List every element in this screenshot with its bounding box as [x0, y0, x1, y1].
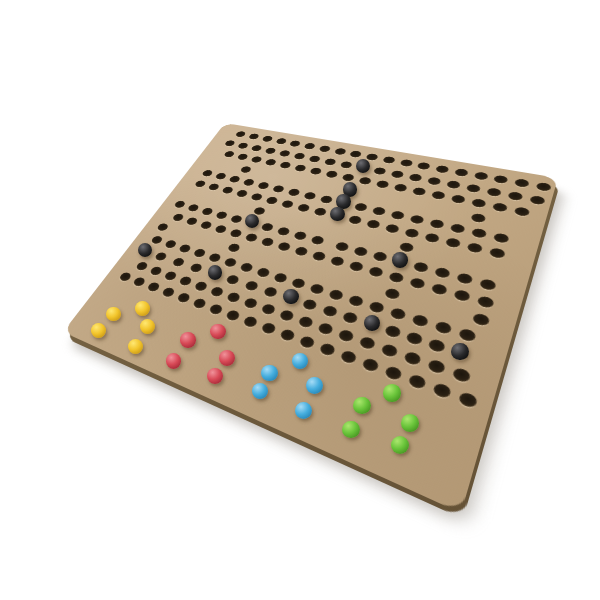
board-hole-r8[interactable] — [368, 266, 385, 278]
barricade-marble-black[interactable] — [330, 207, 345, 222]
barricade-marble-black[interactable] — [392, 252, 408, 268]
board-hole-r12[interactable] — [358, 336, 376, 351]
board-hole-r9[interactable] — [156, 222, 170, 231]
board-hole-r1[interactable] — [486, 187, 502, 197]
board-hole-r5[interactable] — [424, 232, 441, 243]
board-hole-r10[interactable] — [273, 272, 289, 284]
board-hole-r2[interactable] — [450, 194, 466, 204]
board-hole-r8[interactable] — [229, 228, 244, 238]
board-hole-r12[interactable] — [380, 343, 399, 358]
board-hole-r0[interactable] — [435, 165, 450, 174]
board-hole-r1[interactable] — [293, 152, 306, 160]
board-hole-r12[interactable] — [452, 367, 472, 384]
marble-yellow[interactable] — [128, 339, 143, 354]
board-hole-r9[interactable] — [227, 243, 242, 253]
board-hole-r7[interactable] — [456, 272, 474, 285]
marble-green[interactable] — [383, 384, 400, 401]
board-hole-r10[interactable] — [347, 294, 364, 307]
board-hole-r12[interactable] — [260, 303, 277, 316]
board-hole-r8[interactable] — [214, 224, 228, 234]
board-hole-r5[interactable] — [489, 247, 507, 259]
board-hole-r2[interactable] — [514, 206, 531, 217]
board-hole-r2[interactable] — [393, 183, 408, 192]
board-hole-r0[interactable] — [275, 138, 288, 145]
board-hole-r10[interactable] — [164, 239, 178, 249]
board-hole-r2[interactable] — [341, 173, 355, 182]
board-hole-r0[interactable] — [288, 140, 301, 147]
board-hole-r13[interactable] — [132, 276, 147, 287]
board-hole-r10[interactable] — [389, 307, 407, 321]
board-hole-r0[interactable] — [514, 178, 530, 188]
board-hole-r9[interactable] — [472, 312, 491, 327]
board-hole-r1[interactable] — [529, 195, 546, 205]
board-hole-r0[interactable] — [248, 133, 260, 140]
board-hole-r2[interactable] — [236, 153, 249, 161]
barricade-marble-black[interactable] — [364, 315, 380, 331]
board-hole-r10[interactable] — [150, 235, 164, 245]
board-hole-r7[interactable] — [293, 231, 308, 241]
board-hole-r5[interactable] — [384, 223, 400, 234]
board-hole-r7[interactable] — [412, 261, 429, 273]
marble-red[interactable] — [207, 368, 223, 384]
board-hole-r10[interactable] — [458, 327, 477, 342]
board-hole-r4[interactable] — [371, 206, 386, 216]
board-hole-r12[interactable] — [163, 270, 178, 281]
board-hole-r12[interactable] — [278, 309, 295, 322]
board-hole-r4[interactable] — [214, 172, 227, 180]
board-hole-r4[interactable] — [303, 191, 317, 200]
board-hole-r4[interactable] — [471, 228, 488, 239]
board-hole-r8[interactable] — [260, 237, 275, 247]
board-hole-r4[interactable] — [242, 178, 255, 186]
board-hole-r4[interactable] — [287, 188, 301, 197]
board-hole-r13[interactable] — [176, 292, 192, 304]
board-hole-r5[interactable] — [296, 203, 311, 212]
marble-red[interactable] — [180, 332, 196, 348]
board-hole-r7[interactable] — [187, 203, 201, 212]
board-hole-r13[interactable] — [118, 271, 132, 282]
board-hole-r11[interactable] — [171, 257, 186, 268]
board-hole-r10[interactable] — [192, 248, 207, 258]
board-hole-r0[interactable] — [318, 145, 331, 153]
board-hole-r1[interactable] — [373, 167, 387, 176]
barricade-marble-black[interactable] — [245, 214, 259, 228]
board-hole-r0[interactable] — [535, 182, 551, 192]
marble-green[interactable] — [401, 414, 419, 432]
board-hole-r1[interactable] — [446, 180, 462, 189]
board-hole-r1[interactable] — [339, 161, 353, 169]
barricade-marble-black[interactable] — [138, 243, 152, 257]
board-hole-r5[interactable] — [313, 207, 328, 217]
board-hole-r1[interactable] — [250, 145, 263, 152]
board-hole-r8[interactable] — [329, 256, 345, 268]
board-hole-r7[interactable] — [276, 226, 291, 236]
board-hole-r10[interactable] — [309, 283, 326, 295]
board-hole-r5[interactable] — [194, 180, 207, 188]
board-hole-r11[interactable] — [262, 286, 278, 298]
board-hole-r7[interactable] — [353, 246, 369, 257]
board-hole-r13[interactable] — [384, 365, 403, 381]
board-hole-r0[interactable] — [235, 131, 247, 138]
board-hole-r0[interactable] — [416, 162, 431, 171]
board-hole-r13[interactable] — [407, 373, 427, 390]
board-hole-r0[interactable] — [334, 148, 348, 156]
board-hole-r11[interactable] — [244, 280, 260, 292]
board-hole-r2[interactable] — [492, 202, 508, 213]
marble-green[interactable] — [342, 421, 360, 439]
board-hole-r5[interactable] — [466, 242, 483, 254]
board-hole-r5[interactable] — [280, 200, 294, 209]
board-hole-r8[interactable] — [409, 277, 426, 290]
board-hole-r12[interactable] — [135, 261, 149, 272]
board-hole-r7[interactable] — [229, 214, 243, 223]
board-hole-r7[interactable] — [479, 278, 497, 291]
board-hole-r11[interactable] — [341, 311, 359, 325]
board-hole-r1[interactable] — [308, 155, 322, 163]
board-hole-r12[interactable] — [243, 297, 259, 310]
board-hole-r8[interactable] — [171, 213, 185, 222]
board-hole-r4[interactable] — [201, 169, 214, 177]
board-hole-r7[interactable] — [334, 241, 350, 252]
board-hole-r13[interactable] — [260, 321, 277, 335]
board-hole-r8[interactable] — [453, 289, 471, 303]
board-hole-r11[interactable] — [405, 331, 424, 346]
board-hole-r12[interactable] — [403, 350, 422, 366]
board-hole-r5[interactable] — [250, 193, 264, 202]
board-hole-r1[interactable] — [323, 158, 337, 166]
board-hole-r13[interactable] — [339, 349, 357, 364]
board-hole-r0[interactable] — [303, 142, 316, 150]
board-hole-r1[interactable] — [427, 177, 442, 186]
board-hole-r2[interactable] — [279, 161, 292, 169]
board-hole-r4[interactable] — [449, 223, 466, 234]
board-hole-r5[interactable] — [235, 189, 249, 198]
board-hole-r7[interactable] — [173, 200, 186, 209]
barricade-marble-black[interactable] — [208, 265, 223, 280]
board-hole-r3[interactable] — [239, 166, 252, 174]
board-hole-r2[interactable] — [358, 176, 373, 185]
board-hole-r12[interactable] — [209, 286, 225, 298]
board-hole-r10[interactable] — [290, 277, 306, 289]
board-hole-r4[interactable] — [409, 214, 425, 224]
board-hole-r12[interactable] — [297, 315, 314, 329]
board-hole-r13[interactable] — [192, 297, 208, 309]
board-hole-r12[interactable] — [317, 322, 335, 336]
board-hole-r1[interactable] — [224, 140, 236, 147]
board-hole-r8[interactable] — [185, 217, 199, 226]
board-hole-r3[interactable] — [470, 213, 487, 224]
board-hole-r11[interactable] — [154, 251, 168, 261]
board-hole-r13[interactable] — [161, 286, 176, 298]
board-hole-r2[interactable] — [309, 167, 323, 175]
board-hole-r12[interactable] — [337, 329, 355, 344]
board-hole-r5[interactable] — [445, 237, 462, 249]
board-hole-r4[interactable] — [353, 202, 368, 212]
board-hole-r4[interactable] — [429, 219, 445, 230]
board-hole-r13[interactable] — [458, 391, 479, 409]
board-hole-r13[interactable] — [361, 357, 380, 373]
board-hole-r5[interactable] — [221, 186, 234, 194]
marble-green[interactable] — [391, 436, 409, 454]
board-hole-r2[interactable] — [294, 164, 308, 172]
board-hole-r10[interactable] — [368, 301, 386, 315]
board-hole-r11[interactable] — [301, 298, 318, 311]
board-hole-r7[interactable] — [434, 267, 451, 280]
board-hole-r0[interactable] — [382, 156, 396, 164]
board-hole-r4[interactable] — [257, 181, 271, 190]
board-hole-r2[interactable] — [412, 187, 427, 197]
board-hole-r13[interactable] — [432, 382, 452, 400]
board-hole-r12[interactable] — [427, 358, 447, 374]
board-hole-r4[interactable] — [493, 232, 510, 244]
board-hole-r13[interactable] — [318, 342, 336, 357]
board-hole-r10[interactable] — [239, 262, 254, 273]
board-hole-r13[interactable] — [225, 309, 241, 322]
board-hole-r8[interactable] — [311, 251, 327, 262]
board-hole-r0[interactable] — [261, 135, 274, 142]
board-hole-r1[interactable] — [466, 184, 482, 194]
board-hole-r10[interactable] — [411, 314, 429, 328]
board-hole-r10[interactable] — [328, 289, 345, 302]
board-hole-r8[interactable] — [388, 271, 405, 284]
board-hole-r2[interactable] — [223, 151, 236, 158]
board-hole-r13[interactable] — [146, 281, 161, 292]
board-hole-r0[interactable] — [493, 175, 509, 185]
board-hole-r10[interactable] — [223, 257, 238, 268]
board-hole-r2[interactable] — [250, 156, 263, 164]
board-hole-r4[interactable] — [272, 185, 286, 194]
board-hole-r2[interactable] — [264, 158, 277, 166]
board-hole-r11[interactable] — [427, 338, 446, 354]
board-hole-r5[interactable] — [366, 219, 382, 229]
marble-green[interactable] — [353, 397, 370, 414]
board-hole-r9[interactable] — [384, 287, 401, 300]
board-hole-r2[interactable] — [431, 190, 447, 200]
board-hole-r12[interactable] — [226, 291, 242, 303]
board-hole-r2[interactable] — [471, 198, 487, 208]
board-hole-r1[interactable] — [408, 173, 423, 182]
board-hole-r5[interactable] — [265, 196, 279, 205]
board-hole-r12[interactable] — [149, 266, 164, 277]
board-hole-r4[interactable] — [390, 210, 406, 220]
board-hole-r10[interactable] — [434, 320, 453, 335]
board-hole-r11[interactable] — [384, 324, 402, 339]
board-hole-r5[interactable] — [404, 228, 420, 239]
board-hole-r1[interactable] — [390, 170, 405, 179]
board-hole-r7[interactable] — [310, 235, 325, 246]
board-hole-r10[interactable] — [255, 267, 271, 279]
barricade-marble-black[interactable] — [283, 289, 298, 304]
board-hole-r0[interactable] — [473, 171, 489, 180]
board-hole-r2[interactable] — [325, 170, 339, 179]
board-hole-r11[interactable] — [189, 262, 204, 273]
board-hole-r8[interactable] — [199, 220, 213, 229]
board-hole-r2[interactable] — [375, 180, 390, 189]
board-hole-r7[interactable] — [372, 251, 388, 263]
board-hole-r8[interactable] — [244, 233, 259, 243]
marble-blue[interactable] — [261, 365, 277, 381]
marble-blue[interactable] — [292, 353, 308, 369]
barricade-marble-black[interactable] — [451, 343, 468, 360]
marble-yellow[interactable] — [140, 319, 155, 334]
marble-yellow[interactable] — [91, 323, 106, 338]
board-hole-r12[interactable] — [178, 275, 193, 286]
board-hole-r5[interactable] — [347, 215, 362, 225]
board-hole-r8[interactable] — [294, 246, 310, 257]
board-hole-r10[interactable] — [178, 243, 192, 253]
marble-yellow[interactable] — [135, 301, 150, 316]
board-hole-r13[interactable] — [279, 328, 296, 342]
board-hole-r8[interactable] — [476, 295, 495, 309]
board-hole-r4[interactable] — [228, 175, 241, 183]
marble-blue[interactable] — [295, 402, 312, 419]
board-hole-r8[interactable] — [277, 241, 292, 252]
board-hole-r13[interactable] — [298, 335, 316, 350]
board-hole-r5[interactable] — [207, 183, 220, 191]
board-hole-r7[interactable] — [200, 207, 214, 216]
board-hole-r0[interactable] — [349, 150, 363, 158]
board-hole-r13[interactable] — [208, 303, 224, 316]
barricade-marble-black[interactable] — [356, 159, 370, 173]
board-hole-r1[interactable] — [507, 191, 523, 201]
board-hole-r13[interactable] — [242, 315, 259, 328]
board-hole-r4[interactable] — [319, 195, 334, 204]
board-hole-r7[interactable] — [215, 211, 229, 220]
board-hole-r8[interactable] — [348, 261, 364, 273]
marble-red[interactable] — [210, 324, 226, 340]
board-hole-r1[interactable] — [278, 150, 291, 158]
board-photo-scene — [0, 0, 600, 600]
board-hole-r0[interactable] — [399, 159, 414, 168]
board-hole-r1[interactable] — [237, 142, 250, 149]
board-hole-r8[interactable] — [430, 283, 448, 296]
board-hole-r11[interactable] — [225, 274, 241, 286]
board-hole-r0[interactable] — [454, 168, 469, 177]
board-hole-r1[interactable] — [264, 147, 277, 154]
board-hole-r7[interactable] — [260, 222, 275, 232]
board-hole-r10[interactable] — [207, 252, 222, 263]
board-hole-r11[interactable] — [321, 305, 338, 318]
board-hole-r12[interactable] — [193, 280, 208, 292]
marble-yellow[interactable] — [106, 307, 121, 322]
